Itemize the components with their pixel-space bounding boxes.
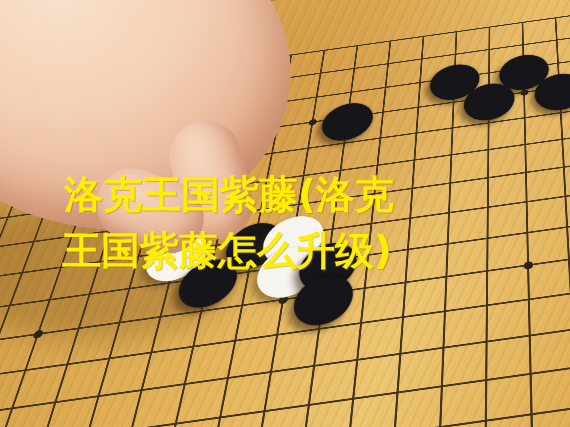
board-cell xyxy=(419,364,465,410)
board-cell xyxy=(544,123,570,155)
board-cell xyxy=(550,274,570,315)
black-stone: ● xyxy=(464,77,514,119)
table-background xyxy=(146,0,278,23)
board-cell xyxy=(545,151,570,185)
overlay-title-line-1: 洛克王国紫藤(洛克 xyxy=(64,168,394,222)
board-cell xyxy=(329,376,378,422)
board-cell xyxy=(554,385,570,427)
board-cell xyxy=(552,345,570,390)
board-cell xyxy=(239,389,290,427)
board-cell xyxy=(509,352,554,398)
board-cell xyxy=(546,179,570,214)
board-cell xyxy=(509,391,556,427)
go-photo-frame: ●●●●●●●●●●●● 洛克王国紫藤(洛克 王国紫藤怎么升级) xyxy=(0,0,570,427)
board-cell xyxy=(463,397,509,427)
board-cell xyxy=(547,209,570,246)
black-stone: ● xyxy=(320,96,374,139)
black-stone: ● xyxy=(534,67,570,109)
board-cell xyxy=(551,309,570,352)
board-cell xyxy=(464,358,509,404)
board-cell xyxy=(421,326,466,370)
board-cell xyxy=(508,315,552,358)
board-cell xyxy=(284,382,334,427)
overlay-title-line-2: 王国紫藤怎么升级) xyxy=(62,224,392,278)
board-cell xyxy=(548,240,570,279)
board-cell xyxy=(465,320,509,363)
board-cell xyxy=(374,370,421,416)
